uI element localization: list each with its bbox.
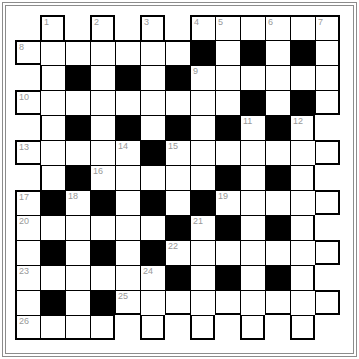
white-cell-2-3[interactable] [90,65,115,90]
white-cell-10-1[interactable] [40,265,65,290]
clue-number-7: 7 [318,17,323,28]
white-cell-11-5[interactable] [140,290,165,315]
white-cell-0-11[interactable] [290,15,315,40]
black-cell-4-4 [115,115,140,140]
black-cell-1-11 [290,40,315,65]
white-cell-11-0[interactable] [15,290,40,315]
white-cell-7-12[interactable] [315,190,340,215]
outside-void [165,315,190,340]
outside-void [15,15,40,40]
black-cell-5-5 [140,140,165,165]
white-cell-7-0[interactable]: 17 [15,190,40,215]
clue-number-6: 6 [268,17,273,28]
white-cell-8-1[interactable] [40,215,65,240]
white-cell-2-10[interactable] [265,65,290,90]
white-cell-8-9[interactable] [240,215,265,240]
clue-number-20: 20 [19,216,29,227]
white-cell-5-12[interactable] [315,140,340,165]
white-cell-11-12[interactable] [315,290,340,315]
white-cell-8-4[interactable] [115,215,140,240]
white-cell-2-8[interactable] [215,65,240,90]
black-cell-1-9 [240,40,265,65]
white-cell-1-12[interactable] [315,40,340,65]
white-cell-3-5[interactable] [140,90,165,115]
white-cell-10-9[interactable] [240,265,265,290]
clue-number-12: 12 [293,116,303,127]
white-cell-6-1[interactable] [40,165,65,190]
white-cell-9-4[interactable] [115,240,140,265]
white-cell-1-2[interactable] [65,40,90,65]
black-cell-10-6 [165,265,190,290]
white-cell-2-1[interactable] [40,65,65,90]
black-cell-6-2 [65,165,90,190]
black-cell-7-7 [190,190,215,215]
white-cell-3-1[interactable] [40,90,65,115]
white-cell-1-10[interactable] [265,40,290,65]
black-cell-2-6 [165,65,190,90]
clue-number-2: 2 [94,17,99,28]
clue-number-8: 8 [19,42,24,53]
clue-number-11: 11 [243,116,252,127]
outside-void [315,315,340,340]
outside-void [115,15,140,40]
white-cell-11-8[interactable] [215,290,240,315]
white-cell-4-1[interactable] [40,115,65,140]
crossword-grid: 1234567891011121314151617181920212223242… [15,15,340,340]
white-cell-9-11[interactable] [290,240,315,265]
white-cell-9-0[interactable] [15,240,40,265]
white-cell-12-2[interactable] [65,315,90,340]
black-cell-9-1 [40,240,65,265]
clue-number-26: 26 [19,316,29,327]
white-cell-3-4[interactable] [115,90,140,115]
white-cell-10-4[interactable] [115,265,140,290]
clue-number-25: 25 [118,291,128,302]
white-cell-5-6[interactable]: 15 [165,140,190,165]
white-cell-3-7[interactable] [190,90,215,115]
white-cell-3-3[interactable] [90,90,115,115]
white-cell-4-11[interactable]: 12 [290,115,315,140]
white-cell-5-0[interactable]: 13 [15,140,40,165]
white-cell-6-5[interactable] [140,165,165,190]
white-cell-11-11[interactable] [290,290,315,315]
white-cell-6-11[interactable] [290,165,315,190]
clue-number-9: 9 [193,66,198,77]
outside-void [15,65,40,90]
outside-void [215,315,240,340]
outside-void [15,165,40,190]
white-cell-5-11[interactable] [290,140,315,165]
outside-void [315,165,340,190]
white-cell-7-8[interactable]: 19 [215,190,240,215]
white-cell-5-8[interactable] [215,140,240,165]
black-cell-6-10 [265,165,290,190]
outside-void [65,15,90,40]
clue-number-18: 18 [68,191,78,202]
black-cell-8-8 [215,215,240,240]
white-cell-3-2[interactable] [65,90,90,115]
black-cell-8-6 [165,215,190,240]
white-cell-11-9[interactable] [240,290,265,315]
white-cell-5-2[interactable] [65,140,90,165]
white-cell-4-7[interactable] [190,115,215,140]
clue-number-23: 23 [19,266,29,277]
white-cell-0-12[interactable]: 7 [315,15,340,40]
white-cell-6-6[interactable] [165,165,190,190]
white-cell-9-8[interactable] [215,240,240,265]
white-cell-6-4[interactable] [115,165,140,190]
white-cell-11-4[interactable]: 25 [115,290,140,315]
black-cell-3-9 [240,90,265,115]
clue-number-15: 15 [168,141,178,152]
black-cell-7-5 [140,190,165,215]
clue-number-1: 1 [44,17,49,28]
clue-number-24: 24 [143,266,153,277]
white-cell-12-1[interactable] [40,315,65,340]
clue-number-22: 22 [168,241,178,252]
white-cell-7-10[interactable] [265,190,290,215]
white-cell-8-0[interactable]: 20 [15,215,40,240]
black-cell-9-3 [90,240,115,265]
outside-void [315,115,340,140]
white-cell-3-10[interactable] [265,90,290,115]
white-cell-0-5[interactable]: 3 [140,15,165,40]
clue-number-5: 5 [218,17,223,28]
clue-number-10: 10 [19,92,29,103]
outside-void [265,315,290,340]
black-cell-3-11 [290,90,315,115]
white-cell-2-11[interactable] [290,65,315,90]
white-cell-1-0[interactable]: 8 [15,40,40,65]
white-cell-4-3[interactable] [90,115,115,140]
white-cell-9-10[interactable] [265,240,290,265]
white-cell-8-3[interactable] [90,215,115,240]
outside-void [315,215,340,240]
white-cell-0-3[interactable]: 2 [90,15,115,40]
white-cell-12-7[interactable] [190,315,215,340]
white-cell-0-8[interactable]: 5 [215,15,240,40]
white-cell-4-5[interactable] [140,115,165,140]
white-cell-9-9[interactable] [240,240,265,265]
white-cell-0-1[interactable]: 1 [40,15,65,40]
white-cell-3-8[interactable] [215,90,240,115]
white-cell-1-4[interactable] [115,40,140,65]
white-cell-12-3[interactable] [90,315,115,340]
white-cell-5-7[interactable] [190,140,215,165]
white-cell-7-2[interactable]: 18 [65,190,90,215]
outside-void [165,15,190,40]
black-cell-4-10 [265,115,290,140]
black-cell-7-3 [90,190,115,215]
black-cell-11-1 [40,290,65,315]
white-cell-0-10[interactable]: 6 [265,15,290,40]
white-cell-6-7[interactable] [190,165,215,190]
white-cell-8-2[interactable] [65,215,90,240]
white-cell-2-12[interactable] [315,65,340,90]
outside-void [15,115,40,140]
white-cell-10-7[interactable] [190,265,215,290]
outside-void [115,315,140,340]
clue-number-14: 14 [118,141,128,152]
outside-void [315,265,340,290]
white-cell-7-9[interactable] [240,190,265,215]
white-cell-10-0[interactable]: 23 [15,265,40,290]
white-cell-8-5[interactable] [140,215,165,240]
white-cell-3-12[interactable] [315,90,340,115]
clue-number-21: 21 [193,216,203,227]
white-cell-9-6[interactable]: 22 [165,240,190,265]
crossword-puzzle-image: 1234567891011121314151617181920212223242… [0,0,359,359]
white-cell-2-9[interactable] [240,65,265,90]
white-cell-1-1[interactable] [40,40,65,65]
clue-number-4: 4 [194,17,199,28]
black-cell-7-1 [40,190,65,215]
white-cell-12-5[interactable] [140,315,165,340]
white-cell-0-7[interactable]: 4 [190,15,215,40]
black-cell-10-10 [265,265,290,290]
black-cell-8-10 [265,215,290,240]
black-cell-4-2 [65,115,90,140]
white-cell-1-3[interactable] [90,40,115,65]
black-cell-6-8 [215,165,240,190]
black-cell-9-5 [140,240,165,265]
white-cell-5-9[interactable] [240,140,265,165]
white-cell-9-12[interactable] [315,240,340,265]
white-cell-10-11[interactable] [290,265,315,290]
white-cell-4-9[interactable]: 11 [240,115,265,140]
clue-number-3: 3 [144,17,149,28]
white-cell-10-2[interactable] [65,265,90,290]
white-cell-3-6[interactable] [165,90,190,115]
black-cell-11-3 [90,290,115,315]
white-cell-7-11[interactable] [290,190,315,215]
white-cell-5-4[interactable]: 14 [115,140,140,165]
clue-number-13: 13 [19,142,29,153]
white-cell-12-0[interactable]: 26 [15,315,40,340]
white-cell-1-5[interactable] [140,40,165,65]
white-cell-11-2[interactable] [65,290,90,315]
white-cell-5-1[interactable] [40,140,65,165]
white-cell-11-7[interactable] [190,290,215,315]
white-cell-6-9[interactable] [240,165,265,190]
white-cell-3-0[interactable]: 10 [15,90,40,115]
white-cell-1-6[interactable] [165,40,190,65]
white-cell-9-2[interactable] [65,240,90,265]
white-cell-11-10[interactable] [265,290,290,315]
black-cell-2-4 [115,65,140,90]
white-cell-6-3[interactable]: 16 [90,165,115,190]
black-cell-1-7 [190,40,215,65]
white-cell-8-11[interactable] [290,215,315,240]
white-cell-0-9[interactable] [240,15,265,40]
white-cell-12-11[interactable] [290,315,315,340]
white-cell-2-5[interactable] [140,65,165,90]
white-cell-10-3[interactable] [90,265,115,290]
black-cell-4-6 [165,115,190,140]
white-cell-10-5[interactable]: 24 [140,265,165,290]
white-cell-11-6[interactable] [165,290,190,315]
black-cell-2-2 [65,65,90,90]
clue-number-19: 19 [218,191,228,202]
white-cell-7-6[interactable] [165,190,190,215]
white-cell-5-10[interactable] [265,140,290,165]
white-cell-8-7[interactable]: 21 [190,215,215,240]
white-cell-12-9[interactable] [240,315,265,340]
white-cell-1-8[interactable] [215,40,240,65]
clue-number-17: 17 [19,192,29,203]
white-cell-7-4[interactable] [115,190,140,215]
white-cell-9-7[interactable] [190,240,215,265]
black-cell-4-8 [215,115,240,140]
white-cell-2-7[interactable]: 9 [190,65,215,90]
clue-number-16: 16 [93,166,103,177]
white-cell-5-3[interactable] [90,140,115,165]
black-cell-10-8 [215,265,240,290]
